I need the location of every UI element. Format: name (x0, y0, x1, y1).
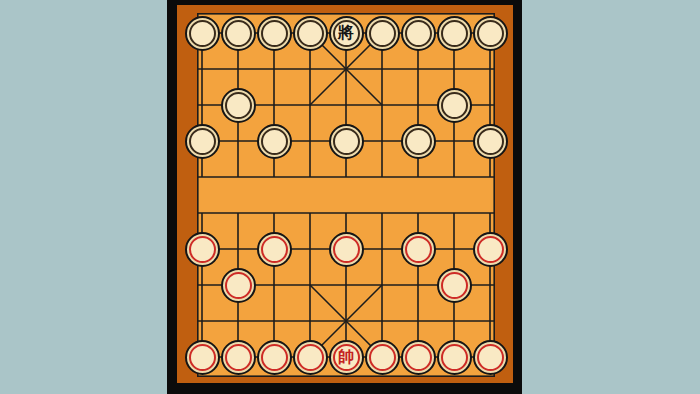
red-piece[interactable] (293, 340, 328, 375)
red-piece-ring (261, 344, 288, 371)
red-piece-ring (261, 236, 288, 263)
black-piece[interactable] (293, 16, 328, 51)
black-piece[interactable] (473, 124, 508, 159)
black-piece[interactable] (221, 88, 256, 123)
black-piece[interactable] (437, 16, 472, 51)
red-piece[interactable] (221, 340, 256, 375)
board-frame: 將帥 (167, 0, 522, 394)
red-piece[interactable] (401, 340, 436, 375)
board-border: 將帥 (177, 5, 513, 383)
black-piece[interactable] (257, 16, 292, 51)
black-piece[interactable] (365, 16, 400, 51)
board-grid (197, 13, 495, 377)
red-piece-ring (441, 344, 468, 371)
black-piece-ring (405, 20, 432, 47)
red-piece-ring: 帥 (333, 344, 360, 371)
black-piece-ring (261, 128, 288, 155)
black-piece[interactable] (221, 16, 256, 51)
red-piece-ring (333, 236, 360, 263)
red-piece[interactable] (329, 232, 364, 267)
black-piece-ring (297, 20, 324, 47)
red-piece-ring (477, 344, 504, 371)
black-piece-ring (225, 92, 252, 119)
red-piece[interactable] (437, 340, 472, 375)
red-piece[interactable] (185, 232, 220, 267)
black-piece[interactable] (257, 124, 292, 159)
black-piece[interactable] (473, 16, 508, 51)
black-piece-ring (441, 92, 468, 119)
red-piece[interactable] (473, 340, 508, 375)
black-piece[interactable] (401, 124, 436, 159)
red-piece[interactable] (365, 340, 400, 375)
black-piece-ring (477, 128, 504, 155)
red-piece[interactable] (221, 268, 256, 303)
red-piece-ring (369, 344, 396, 371)
piece-glyph: 將 (338, 25, 354, 41)
black-piece-ring (405, 128, 432, 155)
red-piece-ring (297, 344, 324, 371)
black-piece-ring (189, 128, 216, 155)
black-piece-ring (369, 20, 396, 47)
black-piece-ring (477, 20, 504, 47)
red-piece[interactable] (437, 268, 472, 303)
red-piece[interactable] (257, 232, 292, 267)
red-piece-ring (225, 272, 252, 299)
black-piece-ring (333, 128, 360, 155)
black-general-piece[interactable]: 將 (329, 16, 364, 51)
black-piece[interactable] (401, 16, 436, 51)
black-piece-ring (225, 20, 252, 47)
red-piece[interactable] (257, 340, 292, 375)
red-piece[interactable] (401, 232, 436, 267)
black-piece-ring: 將 (333, 20, 360, 47)
red-piece-ring (189, 344, 216, 371)
red-piece[interactable] (185, 340, 220, 375)
piece-glyph: 帥 (338, 349, 354, 365)
black-piece[interactable] (329, 124, 364, 159)
red-piece[interactable] (473, 232, 508, 267)
red-piece-ring (225, 344, 252, 371)
red-piece-ring (405, 236, 432, 263)
red-general-piece[interactable]: 帥 (329, 340, 364, 375)
black-piece-ring (261, 20, 288, 47)
black-piece[interactable] (185, 124, 220, 159)
black-piece[interactable] (185, 16, 220, 51)
black-piece-ring (441, 20, 468, 47)
page-background: 將帥 (0, 0, 700, 394)
xiangqi-board: 將帥 (197, 13, 495, 377)
black-piece[interactable] (437, 88, 472, 123)
red-piece-ring (441, 272, 468, 299)
black-piece-ring (189, 20, 216, 47)
red-piece-ring (405, 344, 432, 371)
red-piece-ring (477, 236, 504, 263)
red-piece-ring (189, 236, 216, 263)
